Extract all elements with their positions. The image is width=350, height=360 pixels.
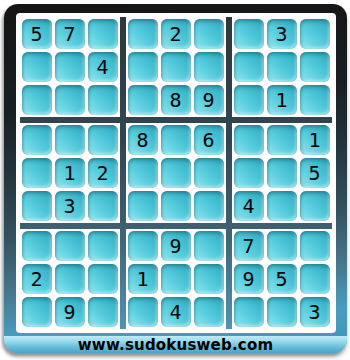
cell-r6c8[interactable] (267, 191, 297, 221)
cell-r1c3[interactable] (88, 19, 118, 49)
cell-r7c8[interactable] (267, 231, 297, 261)
cell-r8c2[interactable] (55, 264, 85, 294)
cell-r5c7[interactable] (234, 158, 264, 188)
cell-r2c1[interactable] (22, 52, 52, 82)
cell-r9c4[interactable] (128, 297, 158, 327)
cell-r1c9[interactable] (300, 19, 330, 49)
cell-r8c9[interactable] (300, 264, 330, 294)
cell-r3c3[interactable] (88, 85, 118, 115)
cell-r3c2[interactable] (55, 85, 85, 115)
sudoku-board: 5742893112386154299147953 (20, 17, 332, 329)
board-frame: 5742893112386154299147953 www.sudokusweb… (4, 4, 347, 353)
cell-r4c1[interactable] (22, 125, 52, 155)
sudoku-box-7: 29 (20, 229, 120, 329)
sudoku-box-2: 289 (126, 17, 226, 117)
cell-r9c6[interactable] (194, 297, 224, 327)
cell-r2c4[interactable] (128, 52, 158, 82)
cell-r7c7[interactable]: 7 (234, 231, 264, 261)
cell-r5c5[interactable] (161, 158, 191, 188)
board-panel: 5742893112386154299147953 (16, 13, 336, 333)
cell-r1c7[interactable] (234, 19, 264, 49)
cell-r2c6[interactable] (194, 52, 224, 82)
cell-r4c9[interactable]: 1 (300, 125, 330, 155)
cell-r4c6[interactable]: 6 (194, 125, 224, 155)
cell-r9c9[interactable]: 3 (300, 297, 330, 327)
cell-r9c8[interactable] (267, 297, 297, 327)
cell-r8c1[interactable]: 2 (22, 264, 52, 294)
cell-r8c6[interactable] (194, 264, 224, 294)
cell-r5c6[interactable] (194, 158, 224, 188)
cell-r5c2[interactable]: 1 (55, 158, 85, 188)
cell-r4c3[interactable] (88, 125, 118, 155)
cell-r8c7[interactable]: 9 (234, 264, 264, 294)
cell-r8c3[interactable] (88, 264, 118, 294)
cell-r9c7[interactable] (234, 297, 264, 327)
cell-r2c8[interactable] (267, 52, 297, 82)
cell-r3c1[interactable] (22, 85, 52, 115)
cell-r1c6[interactable] (194, 19, 224, 49)
sudoku-box-8: 914 (126, 229, 226, 329)
sudoku-box-6: 154 (232, 123, 332, 223)
cell-r1c5[interactable]: 2 (161, 19, 191, 49)
cell-r6c1[interactable] (22, 191, 52, 221)
cell-r4c4[interactable]: 8 (128, 125, 158, 155)
cell-r5c9[interactable]: 5 (300, 158, 330, 188)
cell-r4c2[interactable] (55, 125, 85, 155)
cell-r1c4[interactable] (128, 19, 158, 49)
footer-bar: www.sudokusweb.com (4, 336, 347, 353)
cell-r9c2[interactable]: 9 (55, 297, 85, 327)
cell-r8c4[interactable]: 1 (128, 264, 158, 294)
cell-r3c8[interactable]: 1 (267, 85, 297, 115)
cell-r7c6[interactable] (194, 231, 224, 261)
cell-r3c4[interactable] (128, 85, 158, 115)
cell-r2c2[interactable] (55, 52, 85, 82)
cell-r5c3[interactable]: 2 (88, 158, 118, 188)
cell-r2c9[interactable] (300, 52, 330, 82)
cell-r6c5[interactable] (161, 191, 191, 221)
cell-r6c3[interactable] (88, 191, 118, 221)
cell-r6c4[interactable] (128, 191, 158, 221)
cell-r3c9[interactable] (300, 85, 330, 115)
cell-r5c1[interactable] (22, 158, 52, 188)
cell-r1c2[interactable]: 7 (55, 19, 85, 49)
cell-r8c8[interactable]: 5 (267, 264, 297, 294)
cell-r4c5[interactable] (161, 125, 191, 155)
cell-r4c8[interactable] (267, 125, 297, 155)
cell-r8c5[interactable] (161, 264, 191, 294)
cell-r9c1[interactable] (22, 297, 52, 327)
cell-r7c1[interactable] (22, 231, 52, 261)
cell-r7c9[interactable] (300, 231, 330, 261)
sudoku-box-3: 31 (232, 17, 332, 117)
cell-r5c4[interactable] (128, 158, 158, 188)
cell-r3c7[interactable] (234, 85, 264, 115)
cell-r5c8[interactable] (267, 158, 297, 188)
cell-r6c2[interactable]: 3 (55, 191, 85, 221)
cell-r7c4[interactable] (128, 231, 158, 261)
cell-r1c1[interactable]: 5 (22, 19, 52, 49)
website-link[interactable]: www.sudokusweb.com (78, 336, 273, 353)
sudoku-box-4: 123 (20, 123, 120, 223)
cell-r9c3[interactable] (88, 297, 118, 327)
sudoku-box-9: 7953 (232, 229, 332, 329)
cell-r7c3[interactable] (88, 231, 118, 261)
cell-r9c5[interactable]: 4 (161, 297, 191, 327)
cell-r3c5[interactable]: 8 (161, 85, 191, 115)
cell-r7c5[interactable]: 9 (161, 231, 191, 261)
cell-r2c5[interactable] (161, 52, 191, 82)
cell-r1c8[interactable]: 3 (267, 19, 297, 49)
cell-r6c9[interactable] (300, 191, 330, 221)
cell-r6c6[interactable] (194, 191, 224, 221)
sudoku-box-1: 574 (20, 17, 120, 117)
cell-r4c7[interactable] (234, 125, 264, 155)
cell-r2c7[interactable] (234, 52, 264, 82)
cell-r3c6[interactable]: 9 (194, 85, 224, 115)
cell-r7c2[interactable] (55, 231, 85, 261)
sudoku-box-5: 86 (126, 123, 226, 223)
cell-r6c7[interactable]: 4 (234, 191, 264, 221)
cell-r2c3[interactable]: 4 (88, 52, 118, 82)
